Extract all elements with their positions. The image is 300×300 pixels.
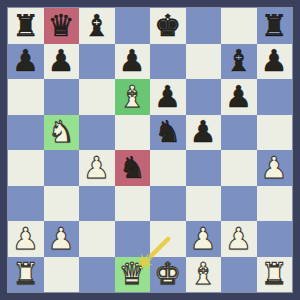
- black-pawn[interactable]: ♟: [48, 46, 75, 76]
- square-d1[interactable]: ♛: [115, 257, 151, 293]
- square-c5[interactable]: [79, 115, 115, 151]
- black-knight[interactable]: ♞: [119, 153, 146, 183]
- square-h4[interactable]: ♟: [257, 150, 293, 186]
- square-c7[interactable]: [79, 44, 115, 80]
- square-f2[interactable]: ♟: [186, 221, 222, 257]
- white-pawn[interactable]: ♟: [48, 224, 75, 254]
- square-e8[interactable]: ♚: [150, 8, 186, 44]
- square-h8[interactable]: ♜: [257, 8, 293, 44]
- square-d2[interactable]: [115, 221, 151, 257]
- white-pawn[interactable]: ♟: [190, 224, 217, 254]
- square-b2[interactable]: ♟: [44, 221, 80, 257]
- white-pawn[interactable]: ♟: [225, 224, 252, 254]
- white-bishop[interactable]: ♝: [119, 82, 146, 112]
- black-king[interactable]: ♚: [154, 11, 181, 41]
- square-b7[interactable]: ♟: [44, 44, 80, 80]
- square-f7[interactable]: [186, 44, 222, 80]
- square-g8[interactable]: [221, 8, 257, 44]
- black-pawn[interactable]: ♟: [119, 46, 146, 76]
- square-b6[interactable]: [44, 79, 80, 115]
- square-a4[interactable]: [8, 150, 44, 186]
- square-a1[interactable]: ♜: [8, 257, 44, 293]
- square-f5[interactable]: ♟: [186, 115, 222, 151]
- square-f6[interactable]: [186, 79, 222, 115]
- square-e7[interactable]: [150, 44, 186, 80]
- square-e1[interactable]: ♚: [150, 257, 186, 293]
- square-f1[interactable]: ♝: [186, 257, 222, 293]
- white-pawn[interactable]: ♟: [83, 153, 110, 183]
- square-c6[interactable]: [79, 79, 115, 115]
- square-e4[interactable]: [150, 150, 186, 186]
- square-d8[interactable]: [115, 8, 151, 44]
- black-rook[interactable]: ♜: [261, 11, 288, 41]
- square-a2[interactable]: ♟: [8, 221, 44, 257]
- square-f8[interactable]: [186, 8, 222, 44]
- black-knight[interactable]: ♞: [154, 117, 181, 147]
- square-h1[interactable]: ♜: [257, 257, 293, 293]
- white-rook[interactable]: ♜: [261, 259, 288, 289]
- black-pawn[interactable]: ♟: [154, 82, 181, 112]
- chess-board: ♜♛♝♚♜♟♟♟♝♟♝♟♟♞♞♟♟♞♟♟♟♟♟♜♛♚♝♜: [8, 8, 292, 292]
- black-rook[interactable]: ♜: [12, 11, 39, 41]
- white-knight[interactable]: ♞: [48, 117, 75, 147]
- square-d3[interactable]: [115, 186, 151, 222]
- square-f3[interactable]: [186, 186, 222, 222]
- square-h3[interactable]: [257, 186, 293, 222]
- square-b1[interactable]: [44, 257, 80, 293]
- white-queen[interactable]: ♛: [119, 259, 146, 289]
- white-king[interactable]: ♚: [154, 259, 181, 289]
- square-b8[interactable]: ♛: [44, 8, 80, 44]
- black-pawn[interactable]: ♟: [225, 82, 252, 112]
- black-pawn[interactable]: ♟: [12, 46, 39, 76]
- square-a6[interactable]: [8, 79, 44, 115]
- square-a8[interactable]: ♜: [8, 8, 44, 44]
- square-a5[interactable]: [8, 115, 44, 151]
- black-bishop[interactable]: ♝: [225, 46, 252, 76]
- square-a7[interactable]: ♟: [8, 44, 44, 80]
- white-pawn[interactable]: ♟: [261, 153, 288, 183]
- square-c3[interactable]: [79, 186, 115, 222]
- square-d7[interactable]: ♟: [115, 44, 151, 80]
- square-g3[interactable]: [221, 186, 257, 222]
- square-c4[interactable]: ♟: [79, 150, 115, 186]
- square-g1[interactable]: [221, 257, 257, 293]
- square-g2[interactable]: ♟: [221, 221, 257, 257]
- square-c8[interactable]: ♝: [79, 8, 115, 44]
- square-d4[interactable]: ♞: [115, 150, 151, 186]
- white-pawn[interactable]: ♟: [12, 224, 39, 254]
- square-g4[interactable]: [221, 150, 257, 186]
- black-pawn[interactable]: ♟: [190, 117, 217, 147]
- square-g6[interactable]: ♟: [221, 79, 257, 115]
- square-b3[interactable]: [44, 186, 80, 222]
- square-f4[interactable]: [186, 150, 222, 186]
- square-c1[interactable]: [79, 257, 115, 293]
- square-g7[interactable]: ♝: [221, 44, 257, 80]
- black-bishop[interactable]: ♝: [83, 11, 110, 41]
- square-b4[interactable]: [44, 150, 80, 186]
- square-e2[interactable]: [150, 221, 186, 257]
- black-pawn[interactable]: ♟: [261, 46, 288, 76]
- chess-board-frame: ♜♛♝♚♜♟♟♟♝♟♝♟♟♞♞♟♟♞♟♟♟♟♟♜♛♚♝♜: [0, 0, 300, 300]
- square-h7[interactable]: ♟: [257, 44, 293, 80]
- square-a3[interactable]: [8, 186, 44, 222]
- square-b5[interactable]: ♞: [44, 115, 80, 151]
- white-bishop[interactable]: ♝: [190, 259, 217, 289]
- black-queen[interactable]: ♛: [48, 11, 75, 41]
- white-rook[interactable]: ♜: [12, 259, 39, 289]
- square-g5[interactable]: [221, 115, 257, 151]
- square-e6[interactable]: ♟: [150, 79, 186, 115]
- square-d6[interactable]: ♝: [115, 79, 151, 115]
- square-e3[interactable]: [150, 186, 186, 222]
- square-h2[interactable]: [257, 221, 293, 257]
- square-d5[interactable]: [115, 115, 151, 151]
- square-e5[interactable]: ♞: [150, 115, 186, 151]
- square-c2[interactable]: [79, 221, 115, 257]
- square-h6[interactable]: [257, 79, 293, 115]
- square-h5[interactable]: [257, 115, 293, 151]
